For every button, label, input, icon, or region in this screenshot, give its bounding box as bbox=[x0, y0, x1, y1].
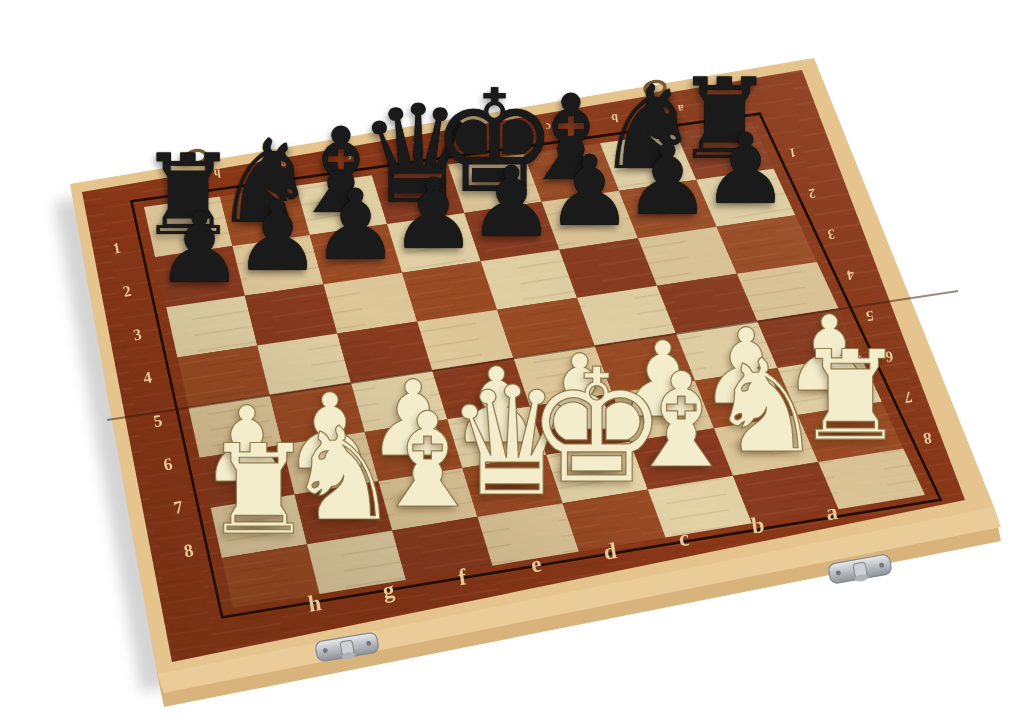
scene: 11hh22gg33ff44ee55dd66cc77bb88aa ♜♞♝♛♚♝♞… bbox=[0, 0, 1024, 726]
piece-black-pawn-d2[interactable]: ♟ bbox=[468, 154, 556, 252]
piece-black-pawn-h2[interactable]: ♟ bbox=[156, 199, 244, 297]
piece-black-pawn-f2[interactable]: ♟ bbox=[312, 177, 400, 275]
piece-black-pawn-c2[interactable]: ♟ bbox=[546, 143, 634, 241]
piece-white-rook-a7[interactable]: ♜ bbox=[795, 334, 906, 458]
piece-black-pawn-e2[interactable]: ♟ bbox=[390, 165, 478, 263]
piece-black-pawn-a2[interactable]: ♟ bbox=[702, 120, 790, 218]
piece-black-pawn-g2[interactable]: ♟ bbox=[234, 188, 322, 286]
piece-black-pawn-b2[interactable]: ♟ bbox=[624, 132, 712, 230]
